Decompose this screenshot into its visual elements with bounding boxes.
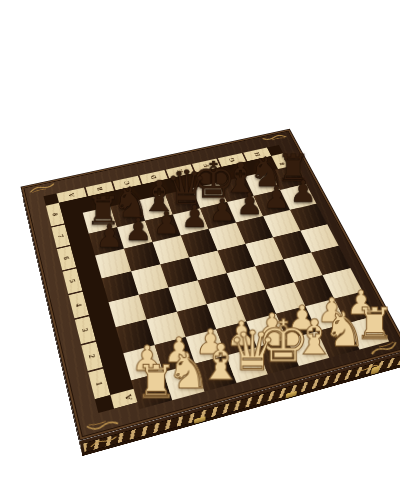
rank-label-5: 5 <box>62 267 82 294</box>
rank-label-6: 6 <box>57 245 77 271</box>
rank-label-3: 3 <box>74 315 95 344</box>
chess-board: ABCDEFGH ABCDEFGH 87654321 87654321 ♜♞♝♛… <box>21 129 400 441</box>
scene: ABCDEFGH ABCDEFGH 87654321 87654321 ♜♞♝♛… <box>0 0 400 498</box>
corner-flourish-icon <box>260 132 288 144</box>
square-c5[interactable] <box>160 257 197 287</box>
square-a7[interactable]: ♟ <box>89 227 124 255</box>
brass-clasp-icon <box>371 366 380 375</box>
rank-label-1: 1 <box>88 367 111 399</box>
rank-label-2: 2 <box>81 340 103 371</box>
corner-flourish-icon <box>28 182 57 195</box>
square-f5[interactable] <box>245 237 283 266</box>
chess-set-photo: ABCDEFGH ABCDEFGH 87654321 87654321 ♜♞♝♛… <box>0 0 400 498</box>
black-pawn-a7[interactable]: ♟ <box>83 221 137 252</box>
playing-field: ♜♞♝♛♚♝♞♜♟♟♟♟♟♟♟♟♟♟♟♟♟♟♟♟♜♞♝♛♚♝♞♜ <box>83 173 330 369</box>
white-rook-a1[interactable]: ♜ <box>125 359 187 405</box>
rank-label-4: 4 <box>68 290 89 318</box>
board-frame: ABCDEFGH ABCDEFGH 87654321 87654321 ♜♞♝♛… <box>21 129 400 441</box>
square-a1[interactable]: ♜ <box>131 372 172 409</box>
